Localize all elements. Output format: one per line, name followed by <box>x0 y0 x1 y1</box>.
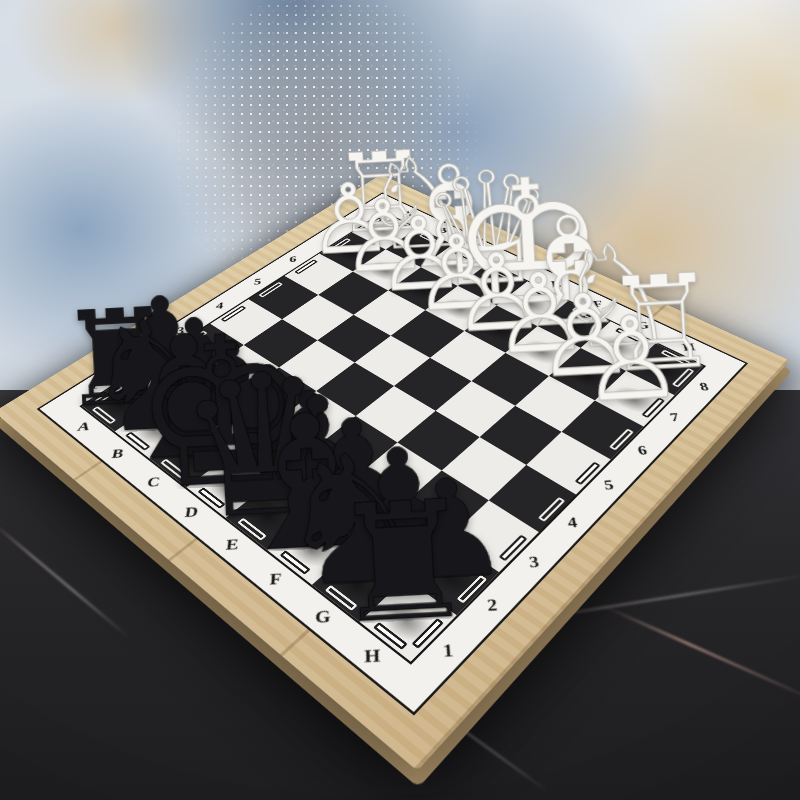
rank-label-cell: 4 <box>550 501 595 544</box>
square-d7[interactable]: ♙ <box>425 286 496 331</box>
piece-shadow <box>472 313 528 348</box>
piece-shadow <box>395 274 448 305</box>
rank-label: 7 <box>324 233 331 242</box>
label-slot <box>385 217 409 229</box>
white-bishop[interactable]: ♗ <box>385 144 516 289</box>
label-slot <box>530 287 558 302</box>
rank-label-cell: 7 <box>308 226 346 249</box>
rank-label: 6 <box>636 443 649 458</box>
rank-label: 5 <box>253 277 261 287</box>
square-d6[interactable] <box>391 310 464 358</box>
square-e6[interactable] <box>430 331 505 381</box>
piece-shadow <box>359 218 408 245</box>
file-label: G <box>314 607 330 627</box>
label-slot <box>574 461 601 485</box>
square-c8[interactable]: ♗ <box>421 245 489 286</box>
file-label: C <box>473 243 484 253</box>
piece-shadow <box>360 256 411 286</box>
rank-label: 6 <box>289 254 297 264</box>
file-label-cell: B <box>420 219 465 242</box>
square-a8[interactable]: ♖ <box>352 212 417 249</box>
rank-label: 7 <box>668 411 681 425</box>
square-b7[interactable]: ♙ <box>353 250 421 291</box>
white-pawn[interactable]: ♙ <box>337 184 430 287</box>
white-pawn[interactable]: ♙ <box>372 201 467 306</box>
board-sheet: ABCDEFGH ABCDEFGH 87654321 87654321 ♖♘♗♕… <box>37 192 748 715</box>
file-label: H <box>681 341 697 353</box>
square-d8[interactable]: ♕ <box>458 263 528 306</box>
file-label-cell: D <box>492 253 541 279</box>
board-perspective: ABCDEFGH ABCDEFGH 87654321 87654321 ♖♘♗♕… <box>0 0 800 800</box>
square-c6[interactable] <box>354 290 426 335</box>
label-slot <box>454 250 480 263</box>
piece-shadow <box>392 235 442 263</box>
label-slot <box>361 217 384 231</box>
piece-shadow <box>513 334 571 371</box>
label-slot <box>328 238 352 253</box>
rank-label: 8 <box>356 213 363 222</box>
label-slot <box>294 259 319 274</box>
white-pawn[interactable]: ♙ <box>447 236 547 347</box>
white-rook[interactable]: ♖ <box>329 136 432 250</box>
file-label-cell: C <box>455 235 502 260</box>
square-e8[interactable]: ♔ <box>497 282 568 327</box>
file-label-cell: E <box>531 271 581 298</box>
white-pawn[interactable]: ♙ <box>409 218 507 326</box>
white-knight[interactable]: ♘ <box>356 138 474 269</box>
piece-shadow <box>504 288 559 321</box>
square-b8[interactable]: ♘ <box>386 229 452 268</box>
square-c7[interactable]: ♙ <box>388 267 458 310</box>
rank-label: 2 <box>487 595 499 614</box>
board-grid: ♖♘♗♕♔♗♘♖♙♙♙♙♙♙♙♙♟♟♟♟♟♟♟♟♜♞♝♚♛♝♞♜ <box>79 211 706 664</box>
rank-label-cell: 8 <box>341 206 377 228</box>
file-label-cell: A <box>386 203 430 225</box>
rank-label: 8 <box>698 380 711 393</box>
piece-shadow <box>326 239 376 268</box>
scene: ABCDEFGH ABCDEFGH 87654321 87654321 ♖♘♗♕… <box>0 0 800 800</box>
piece-shadow <box>432 293 486 326</box>
white-pawn[interactable]: ♙ <box>304 168 395 268</box>
label-slot <box>491 268 518 282</box>
file-label: H <box>364 646 380 667</box>
file-label: A <box>403 210 413 219</box>
rank-label: 1 <box>442 641 454 662</box>
piece-shadow <box>428 252 479 282</box>
square-b6[interactable] <box>318 272 388 315</box>
file-label: B <box>437 226 447 235</box>
rank-label-cell: 6 <box>273 247 313 272</box>
wooden-board-frame: ABCDEFGH ABCDEFGH 87654321 87654321 ♖♘♗♕… <box>0 175 790 771</box>
square-a7[interactable]: ♙ <box>319 233 385 272</box>
file-label: E <box>550 279 562 289</box>
file-label: D <box>510 261 522 271</box>
piece-shadow <box>465 270 518 301</box>
label-slot <box>418 233 443 246</box>
white-queen[interactable]: ♕ <box>415 149 561 311</box>
square-f7[interactable]: ♙ <box>506 326 581 376</box>
rank-label: 5 <box>603 477 616 493</box>
white-pawn[interactable]: ♙ <box>488 256 591 370</box>
square-e7[interactable]: ♙ <box>464 306 537 353</box>
rank-label: 4 <box>567 514 579 531</box>
rank-label: 3 <box>528 553 540 571</box>
